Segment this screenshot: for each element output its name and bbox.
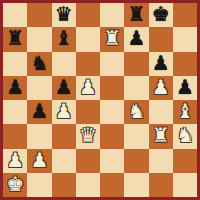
square-g3: ♜ [149,124,173,148]
black-pawn-c5: ♟ [55,77,73,97]
white-pawn-d5: ♟ [79,77,97,97]
square-g6: ♟ [149,52,173,76]
square-d2 [76,149,100,173]
chess-board: ♛♜♚♜♝♜♟♞♟♟♟♟♟♟♟♟♞♝♛♜♞♟♟♚ [3,3,197,197]
square-e4 [100,100,124,124]
white-knight-f4: ♞ [127,101,145,121]
square-e7: ♜ [100,27,124,51]
square-b6: ♞ [27,52,51,76]
square-b2: ♟ [27,149,51,173]
square-c2 [52,149,76,173]
white-knight-h3: ♞ [176,125,194,145]
square-h3: ♞ [173,124,197,148]
square-g8: ♚ [149,3,173,27]
square-e3 [100,124,124,148]
square-f4: ♞ [124,100,148,124]
square-h1 [173,173,197,197]
square-g5: ♟ [149,76,173,100]
square-c3 [52,124,76,148]
square-h8 [173,3,197,27]
square-a1: ♚ [3,173,27,197]
square-b1 [27,173,51,197]
square-b4: ♟ [27,100,51,124]
square-b7 [27,27,51,51]
square-f7: ♟ [124,27,148,51]
white-pawn-c4: ♟ [55,101,73,121]
black-king-g8: ♚ [152,4,170,24]
white-pawn-a2: ♟ [6,150,24,170]
black-bishop-c7: ♝ [55,28,73,48]
square-d6 [76,52,100,76]
black-knight-b6: ♞ [30,53,48,73]
square-f5 [124,76,148,100]
black-pawn-b4: ♟ [30,101,48,121]
square-b3 [27,124,51,148]
square-d3: ♛ [76,124,100,148]
chess-board-frame: ♛♜♚♜♝♜♟♞♟♟♟♟♟♟♟♟♞♝♛♜♞♟♟♚ [0,0,200,200]
square-e2 [100,149,124,173]
square-g1 [149,173,173,197]
square-c6 [52,52,76,76]
square-h5: ♟ [173,76,197,100]
square-c1 [52,173,76,197]
square-d4 [76,100,100,124]
square-h7 [173,27,197,51]
square-e1 [100,173,124,197]
square-a8 [3,3,27,27]
square-d1 [76,173,100,197]
black-pawn-f7: ♟ [127,28,145,48]
square-d5: ♟ [76,76,100,100]
square-a4 [3,100,27,124]
square-f8: ♜ [124,3,148,27]
black-rook-f8: ♜ [127,4,145,24]
black-queen-c8: ♛ [55,4,73,24]
white-pawn-b2: ♟ [30,150,48,170]
square-e5 [100,76,124,100]
square-a6 [3,52,27,76]
square-f2 [124,149,148,173]
square-g7 [149,27,173,51]
square-c5: ♟ [52,76,76,100]
white-rook-g3: ♜ [152,125,170,145]
white-pawn-g5: ♟ [152,77,170,97]
black-pawn-h5: ♟ [176,77,194,97]
square-a2: ♟ [3,149,27,173]
black-rook-a7: ♜ [6,28,24,48]
square-h6 [173,52,197,76]
black-pawn-g6: ♟ [152,53,170,73]
square-e8 [100,3,124,27]
square-d8 [76,3,100,27]
white-rook-e7: ♜ [103,28,121,48]
square-b5 [27,76,51,100]
square-h4: ♝ [173,100,197,124]
square-f1 [124,173,148,197]
square-e6 [100,52,124,76]
square-f6 [124,52,148,76]
white-queen-d3: ♛ [79,125,97,145]
square-f3 [124,124,148,148]
white-king-a1: ♚ [6,174,24,194]
square-h2 [173,149,197,173]
square-g4 [149,100,173,124]
black-pawn-a5: ♟ [6,77,24,97]
square-a3 [3,124,27,148]
square-c7: ♝ [52,27,76,51]
square-a7: ♜ [3,27,27,51]
square-b8 [27,3,51,27]
square-d7 [76,27,100,51]
square-c4: ♟ [52,100,76,124]
square-c8: ♛ [52,3,76,27]
white-bishop-h4: ♝ [176,101,194,121]
square-g2 [149,149,173,173]
square-a5: ♟ [3,76,27,100]
